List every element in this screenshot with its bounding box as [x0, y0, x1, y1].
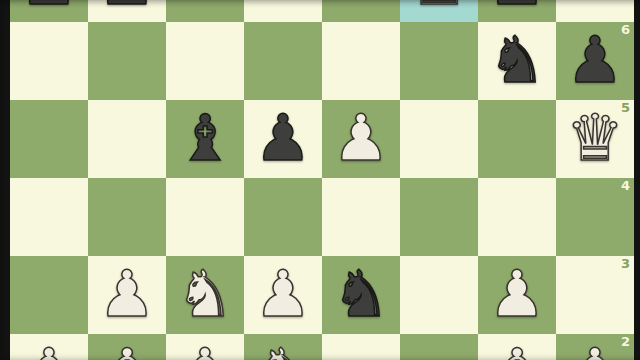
square-a6[interactable] — [10, 22, 88, 100]
square-g7[interactable]: ♟ — [478, 0, 556, 22]
square-h4[interactable]: 4 — [556, 178, 634, 256]
square-d2[interactable]: ♞ — [244, 334, 322, 360]
square-c2[interactable]: ♟ — [166, 334, 244, 360]
square-g6[interactable]: ♞ — [478, 22, 556, 100]
square-a7[interactable]: ♟ — [10, 0, 88, 22]
square-d7[interactable] — [244, 0, 322, 22]
piece-white-rook-f7[interactable]: ♜ — [410, 0, 467, 17]
square-e5[interactable]: ♟ — [322, 100, 400, 178]
piece-white-pawn-c2[interactable]: ♟ — [176, 340, 233, 360]
piece-white-pawn-b3[interactable]: ♟ — [98, 262, 155, 329]
square-d3[interactable]: ♟ — [244, 256, 322, 334]
piece-white-queen-h5[interactable]: ♛ — [566, 106, 623, 173]
rank-label-3: 3 — [621, 257, 630, 270]
piece-white-knight-c3[interactable]: ♞ — [176, 262, 233, 329]
square-d4[interactable] — [244, 178, 322, 256]
piece-white-pawn-e5[interactable]: ♟ — [332, 106, 389, 173]
piece-white-pawn-a2[interactable]: ♟ — [20, 340, 77, 360]
square-h5[interactable]: 5♛ — [556, 100, 634, 178]
rank-label-4: 4 — [621, 179, 630, 192]
square-g4[interactable] — [478, 178, 556, 256]
piece-white-pawn-d3[interactable]: ♟ — [254, 262, 311, 329]
chess-board-grid: ♟♟♜♟♞6♟♝♟♟5♛4♟♞♟♞♟3♟♝♟♞♝2♟ — [10, 0, 634, 360]
square-b2[interactable]: ♝ — [88, 334, 166, 360]
square-b5[interactable] — [88, 100, 166, 178]
square-c6[interactable] — [166, 22, 244, 100]
piece-white-bishop-g2[interactable]: ♝ — [488, 340, 545, 360]
square-g3[interactable]: ♟ — [478, 256, 556, 334]
video-frame: ♟♟♜♟♞6♟♝♟♟5♛4♟♞♟♞♟3♟♝♟♞♝2♟ — [0, 0, 640, 360]
square-c5[interactable]: ♝ — [166, 100, 244, 178]
piece-white-pawn-h2[interactable]: ♟ — [566, 340, 623, 360]
piece-black-pawn-d5[interactable]: ♟ — [254, 106, 311, 173]
square-a2[interactable]: ♟ — [10, 334, 88, 360]
square-f2[interactable] — [400, 334, 478, 360]
letterbox-left — [0, 0, 10, 360]
piece-black-pawn-b7[interactable]: ♟ — [98, 0, 155, 17]
square-b3[interactable]: ♟ — [88, 256, 166, 334]
square-h2[interactable]: 2♟ — [556, 334, 634, 360]
square-b7[interactable]: ♟ — [88, 0, 166, 22]
piece-black-knight-e3[interactable]: ♞ — [332, 262, 389, 329]
square-f5[interactable] — [400, 100, 478, 178]
square-g5[interactable] — [478, 100, 556, 178]
square-g2[interactable]: ♝ — [478, 334, 556, 360]
square-a3[interactable] — [10, 256, 88, 334]
square-a5[interactable] — [10, 100, 88, 178]
piece-black-pawn-g7[interactable]: ♟ — [488, 0, 545, 17]
letterbox-right — [634, 0, 640, 360]
square-d6[interactable] — [244, 22, 322, 100]
square-d5[interactable]: ♟ — [244, 100, 322, 178]
square-e4[interactable] — [322, 178, 400, 256]
square-f6[interactable] — [400, 22, 478, 100]
square-f3[interactable] — [400, 256, 478, 334]
piece-white-bishop-b2[interactable]: ♝ — [98, 340, 155, 360]
square-b6[interactable] — [88, 22, 166, 100]
piece-white-knight-d2[interactable]: ♞ — [254, 340, 311, 360]
piece-black-knight-g6[interactable]: ♞ — [488, 28, 545, 95]
piece-black-pawn-a7[interactable]: ♟ — [20, 0, 77, 17]
square-c4[interactable] — [166, 178, 244, 256]
square-a4[interactable] — [10, 178, 88, 256]
square-h7[interactable] — [556, 0, 634, 22]
square-f7[interactable]: ♜ — [400, 0, 478, 22]
square-c3[interactable]: ♞ — [166, 256, 244, 334]
square-h6[interactable]: 6♟ — [556, 22, 634, 100]
chess-board: ♟♟♜♟♞6♟♝♟♟5♛4♟♞♟♞♟3♟♝♟♞♝2♟ — [10, 0, 634, 360]
square-e7[interactable] — [322, 0, 400, 22]
square-e6[interactable] — [322, 22, 400, 100]
square-c7[interactable] — [166, 0, 244, 22]
piece-white-pawn-g3[interactable]: ♟ — [488, 262, 545, 329]
piece-black-pawn-h6[interactable]: ♟ — [566, 28, 623, 95]
square-h3[interactable]: 3 — [556, 256, 634, 334]
square-e2[interactable] — [322, 334, 400, 360]
square-f4[interactable] — [400, 178, 478, 256]
square-e3[interactable]: ♞ — [322, 256, 400, 334]
piece-black-bishop-c5[interactable]: ♝ — [176, 106, 233, 173]
square-b4[interactable] — [88, 178, 166, 256]
